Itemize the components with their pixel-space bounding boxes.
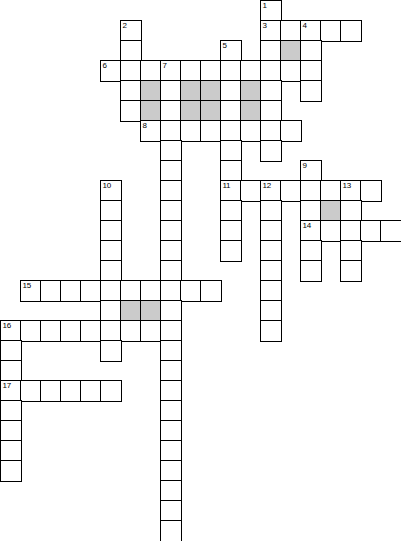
grid-cell[interactable] — [41, 381, 61, 401]
grid-cell[interactable] — [301, 201, 321, 221]
grid-cell[interactable] — [201, 61, 221, 81]
grid-cell[interactable] — [121, 101, 141, 121]
grid-cell[interactable] — [321, 21, 341, 41]
grid-cell[interactable] — [301, 61, 321, 81]
clue-number: 15 — [23, 282, 31, 290]
grid-cell-shaded[interactable] — [181, 81, 201, 101]
grid-cell[interactable]: 13 — [341, 181, 361, 201]
grid-cell[interactable] — [301, 41, 321, 61]
grid-cell[interactable] — [321, 181, 341, 201]
grid-cell[interactable] — [161, 281, 181, 301]
crossword-board: 1234567891011121314151617 — [0, 0, 401, 541]
grid-cell[interactable] — [161, 101, 181, 121]
grid-cell[interactable] — [101, 221, 121, 241]
grid-cell[interactable] — [301, 181, 321, 201]
grid-cell[interactable] — [221, 241, 241, 261]
grid-cell[interactable] — [241, 121, 261, 141]
grid-cell[interactable]: 1 — [261, 1, 281, 21]
clue-number: 10 — [103, 182, 111, 190]
grid-cell-shaded[interactable] — [201, 101, 221, 121]
grid-cell[interactable] — [101, 381, 121, 401]
grid-cell[interactable]: 4 — [301, 21, 321, 41]
grid-cell[interactable] — [161, 381, 181, 401]
grid-cell[interactable] — [81, 281, 101, 301]
grid-cell[interactable] — [301, 261, 321, 281]
grid-cell[interactable]: 12 — [261, 181, 281, 201]
grid-cell[interactable] — [81, 381, 101, 401]
clue-number: 14 — [303, 222, 311, 230]
grid-cell-shaded[interactable] — [141, 301, 161, 321]
grid-cell[interactable] — [1, 401, 21, 421]
grid-cell[interactable] — [21, 321, 41, 341]
grid-cell[interactable] — [201, 281, 221, 301]
grid-cell[interactable] — [161, 161, 181, 181]
grid-cell[interactable] — [341, 241, 361, 261]
grid-cell[interactable] — [261, 41, 281, 61]
grid-cell-shaded[interactable] — [181, 101, 201, 121]
grid-cell[interactable] — [61, 321, 81, 341]
grid-cell[interactable] — [161, 361, 181, 381]
clue-number: 3 — [263, 22, 267, 30]
grid-cell[interactable] — [101, 261, 121, 281]
grid-cell[interactable] — [221, 101, 241, 121]
grid-cell[interactable] — [121, 281, 141, 301]
grid-cell[interactable] — [101, 201, 121, 221]
grid-cell[interactable]: 8 — [141, 121, 161, 141]
grid-cell[interactable] — [221, 81, 241, 101]
grid-cell[interactable]: 14 — [301, 221, 321, 241]
grid-cell[interactable] — [281, 21, 301, 41]
grid-cell[interactable] — [1, 341, 21, 361]
grid-cell[interactable] — [221, 221, 241, 241]
clue-number: 6 — [103, 62, 107, 70]
grid-cell[interactable] — [221, 161, 241, 181]
grid-cell[interactable] — [101, 281, 121, 301]
grid-cell[interactable] — [121, 61, 141, 81]
grid-cell[interactable] — [161, 421, 181, 441]
clue-number: 1 — [263, 2, 267, 10]
grid-cell[interactable] — [261, 141, 281, 161]
grid-cell[interactable] — [261, 121, 281, 141]
grid-cell[interactable] — [141, 281, 161, 301]
grid-cell[interactable] — [261, 261, 281, 281]
grid-cell[interactable] — [161, 241, 181, 261]
grid-cell[interactable] — [161, 441, 181, 461]
grid-cell[interactable] — [381, 221, 401, 241]
grid-cell[interactable] — [281, 121, 301, 141]
grid-cell[interactable] — [101, 301, 121, 321]
grid-cell[interactable] — [221, 121, 241, 141]
grid-cell[interactable] — [221, 61, 241, 81]
grid-cell[interactable] — [141, 61, 161, 81]
grid-cell[interactable] — [201, 121, 221, 141]
grid-cell[interactable] — [61, 381, 81, 401]
grid-cell-shaded[interactable] — [141, 101, 161, 121]
grid-cell[interactable] — [261, 301, 281, 321]
grid-cell[interactable] — [161, 201, 181, 221]
grid-cell[interactable] — [161, 81, 181, 101]
grid-cell[interactable] — [261, 281, 281, 301]
grid-cell[interactable] — [121, 81, 141, 101]
grid-cell[interactable] — [161, 481, 181, 501]
grid-cell[interactable] — [21, 381, 41, 401]
grid-cell[interactable] — [41, 281, 61, 301]
clue-number: 17 — [3, 382, 11, 390]
grid-cell[interactable] — [281, 181, 301, 201]
grid-cell-shaded[interactable] — [141, 81, 161, 101]
grid-cell[interactable]: 7 — [161, 61, 181, 81]
grid-cell[interactable]: 17 — [1, 381, 21, 401]
grid-cell[interactable] — [161, 301, 181, 321]
grid-cell[interactable]: 5 — [221, 41, 241, 61]
grid-cell[interactable] — [161, 261, 181, 281]
clue-number: 4 — [303, 22, 307, 30]
grid-cell-shaded[interactable] — [241, 81, 261, 101]
grid-cell[interactable] — [221, 201, 241, 221]
grid-cell[interactable] — [101, 321, 121, 341]
grid-cell[interactable] — [101, 341, 121, 361]
grid-cell[interactable] — [161, 501, 181, 521]
grid-cell[interactable] — [101, 241, 121, 261]
grid-cell[interactable] — [261, 201, 281, 221]
grid-cell[interactable] — [161, 141, 181, 161]
clue-number: 13 — [343, 182, 351, 190]
grid-cell-shaded[interactable] — [281, 41, 301, 61]
grid-cell[interactable] — [241, 181, 261, 201]
grid-cell[interactable] — [241, 61, 261, 81]
clue-number: 5 — [223, 42, 227, 50]
grid-cell[interactable] — [261, 221, 281, 241]
grid-cell[interactable] — [1, 361, 21, 381]
grid-cell[interactable] — [141, 321, 161, 341]
grid-cell[interactable]: 10 — [101, 181, 121, 201]
clue-number: 2 — [123, 22, 127, 30]
grid-cell[interactable] — [281, 61, 301, 81]
grid-cell[interactable] — [1, 421, 21, 441]
clue-number: 12 — [263, 182, 271, 190]
grid-cell-shaded[interactable] — [201, 81, 221, 101]
grid-cell[interactable] — [181, 281, 201, 301]
grid-cell[interactable] — [301, 81, 321, 101]
grid-cell[interactable]: 11 — [221, 181, 241, 201]
clue-number: 9 — [303, 162, 307, 170]
grid-cell[interactable] — [341, 21, 361, 41]
grid-cell[interactable] — [1, 461, 21, 481]
grid-cell[interactable] — [341, 221, 361, 241]
grid-cell[interactable] — [161, 181, 181, 201]
grid-cell[interactable] — [341, 201, 361, 221]
grid-cell[interactable] — [161, 221, 181, 241]
grid-cell[interactable] — [121, 41, 141, 61]
grid-cell-shaded[interactable] — [121, 301, 141, 321]
grid-cell[interactable] — [321, 221, 341, 241]
grid-cell[interactable] — [41, 321, 61, 341]
grid-cell-shaded[interactable] — [241, 101, 261, 121]
clue-number: 7 — [163, 62, 167, 70]
grid-cell[interactable] — [161, 341, 181, 361]
grid-cell[interactable] — [361, 181, 381, 201]
grid-cell[interactable] — [1, 441, 21, 461]
grid-cell[interactable] — [181, 121, 201, 141]
grid-cell[interactable] — [301, 241, 321, 261]
grid-cell[interactable] — [261, 241, 281, 261]
grid-cell[interactable] — [161, 321, 181, 341]
grid-cell[interactable] — [361, 221, 381, 241]
grid-cell[interactable] — [121, 321, 141, 341]
clue-number: 11 — [223, 182, 231, 190]
grid-cell[interactable] — [161, 401, 181, 421]
clue-number: 16 — [3, 322, 11, 330]
grid-cell[interactable] — [261, 81, 281, 101]
grid-cell-shaded[interactable] — [321, 201, 341, 221]
grid-cell[interactable] — [61, 281, 81, 301]
grid-cell[interactable] — [81, 321, 101, 341]
grid-cell[interactable] — [261, 101, 281, 121]
clue-number: 8 — [143, 122, 147, 130]
grid-cell[interactable] — [181, 61, 201, 81]
grid-cell[interactable]: 2 — [121, 21, 141, 41]
grid-cell[interactable]: 15 — [21, 281, 41, 301]
grid-cell[interactable]: 3 — [261, 21, 281, 41]
grid-cell[interactable] — [161, 461, 181, 481]
grid-cell[interactable] — [221, 141, 241, 161]
grid-cell[interactable]: 16 — [1, 321, 21, 341]
grid-cell[interactable]: 9 — [301, 161, 321, 181]
grid-cell[interactable] — [261, 61, 281, 81]
grid-cell[interactable] — [261, 321, 281, 341]
grid-cell[interactable] — [161, 521, 181, 541]
grid-cell[interactable] — [341, 261, 361, 281]
grid-cell[interactable] — [161, 121, 181, 141]
grid-cell[interactable]: 6 — [101, 61, 121, 81]
